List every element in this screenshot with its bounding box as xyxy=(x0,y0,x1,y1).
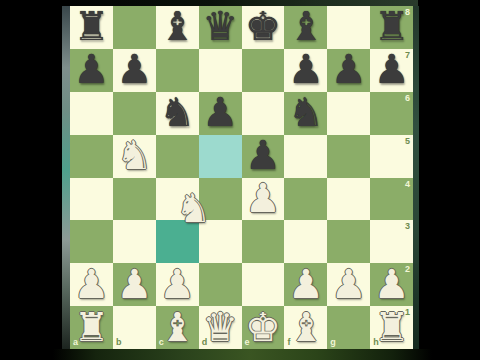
square-d8[interactable]: ♛ xyxy=(199,6,242,49)
square-f5[interactable] xyxy=(284,135,327,178)
square-c8[interactable]: ♝ xyxy=(156,6,199,49)
video-frame: ♜♝♛♚♝♜8♟♟♟♟♟7♞♟♞6♞♟5♟43♟♟♟♟♟♟2♜ab♝c♛d♚e♝… xyxy=(0,0,480,360)
square-h2[interactable]: ♟2 xyxy=(370,263,413,306)
black-pawn-f7[interactable]: ♟ xyxy=(284,48,327,91)
square-f2[interactable]: ♟ xyxy=(284,263,327,306)
square-g6[interactable] xyxy=(327,92,370,135)
square-h3[interactable]: 3 xyxy=(370,220,413,263)
square-b6[interactable] xyxy=(113,92,156,135)
file-label-a: a xyxy=(73,338,78,347)
black-bishop-c8[interactable]: ♝ xyxy=(156,5,199,48)
square-g3[interactable] xyxy=(327,220,370,263)
square-a7[interactable]: ♟ xyxy=(70,49,113,92)
square-e1[interactable]: ♚e xyxy=(242,306,285,349)
square-a1[interactable]: ♜a xyxy=(70,306,113,349)
square-h8[interactable]: ♜8 xyxy=(370,6,413,49)
square-a3[interactable] xyxy=(70,220,113,263)
black-pawn-a7[interactable]: ♟ xyxy=(70,48,113,91)
square-d2[interactable] xyxy=(199,263,242,306)
square-e7[interactable] xyxy=(242,49,285,92)
moving-white-knight[interactable]: ♞ xyxy=(172,188,215,231)
black-king-e8[interactable]: ♚ xyxy=(242,5,285,48)
square-g4[interactable] xyxy=(327,178,370,221)
square-e2[interactable] xyxy=(242,263,285,306)
rank-label-5: 5 xyxy=(405,137,410,146)
black-pawn-d6[interactable]: ♟ xyxy=(199,91,242,134)
file-label-b: b xyxy=(116,338,122,347)
square-b5[interactable]: ♞ xyxy=(113,135,156,178)
file-label-g: g xyxy=(330,338,336,347)
square-c2[interactable]: ♟ xyxy=(156,263,199,306)
square-f4[interactable] xyxy=(284,178,327,221)
square-h5[interactable]: 5 xyxy=(370,135,413,178)
square-g7[interactable]: ♟ xyxy=(327,49,370,92)
square-e5[interactable]: ♟ xyxy=(242,135,285,178)
square-e4[interactable]: ♟ xyxy=(242,178,285,221)
square-b8[interactable] xyxy=(113,6,156,49)
square-g8[interactable] xyxy=(327,6,370,49)
square-b3[interactable] xyxy=(113,220,156,263)
square-e6[interactable] xyxy=(242,92,285,135)
chess-board[interactable]: ♜♝♛♚♝♜8♟♟♟♟♟7♞♟♞6♞♟5♟43♟♟♟♟♟♟2♜ab♝c♛d♚e♝… xyxy=(70,6,413,349)
square-b2[interactable]: ♟ xyxy=(113,263,156,306)
rank-label-2: 2 xyxy=(405,265,410,274)
square-c7[interactable] xyxy=(156,49,199,92)
black-pawn-e5[interactable]: ♟ xyxy=(242,134,285,177)
square-a8[interactable]: ♜ xyxy=(70,6,113,49)
video-background-bottom-strip xyxy=(0,349,480,360)
video-background-right-strip xyxy=(413,6,419,349)
square-a6[interactable] xyxy=(70,92,113,135)
video-background-left-strip xyxy=(62,6,70,349)
rank-label-8: 8 xyxy=(405,8,410,17)
square-b4[interactable] xyxy=(113,178,156,221)
square-d5[interactable] xyxy=(199,135,242,178)
file-label-e: e xyxy=(245,338,250,347)
square-f7[interactable]: ♟ xyxy=(284,49,327,92)
black-pawn-b7[interactable]: ♟ xyxy=(113,48,156,91)
file-label-h: h xyxy=(373,338,379,347)
rank-label-1: 1 xyxy=(405,308,410,317)
square-h6[interactable]: 6 xyxy=(370,92,413,135)
square-d7[interactable] xyxy=(199,49,242,92)
file-label-c: c xyxy=(159,338,164,347)
square-f6[interactable]: ♞ xyxy=(284,92,327,135)
square-g1[interactable]: g xyxy=(327,306,370,349)
square-c6[interactable]: ♞ xyxy=(156,92,199,135)
square-e3[interactable] xyxy=(242,220,285,263)
square-a4[interactable] xyxy=(70,178,113,221)
black-bishop-f8[interactable]: ♝ xyxy=(284,5,327,48)
white-pawn-e4[interactable]: ♟ xyxy=(242,177,285,220)
square-f3[interactable] xyxy=(284,220,327,263)
square-e8[interactable]: ♚ xyxy=(242,6,285,49)
rank-label-4: 4 xyxy=(405,180,410,189)
white-bishop-f1[interactable]: ♝ xyxy=(284,305,327,348)
square-b1[interactable]: b xyxy=(113,306,156,349)
rank-label-6: 6 xyxy=(405,94,410,103)
square-f8[interactable]: ♝ xyxy=(284,6,327,49)
square-c1[interactable]: ♝c xyxy=(156,306,199,349)
square-c5[interactable] xyxy=(156,135,199,178)
file-label-d: d xyxy=(202,338,208,347)
file-label-f: f xyxy=(287,338,290,347)
square-f1[interactable]: ♝f xyxy=(284,306,327,349)
square-d6[interactable]: ♟ xyxy=(199,92,242,135)
square-b7[interactable]: ♟ xyxy=(113,49,156,92)
white-pawn-a2[interactable]: ♟ xyxy=(70,262,113,305)
rank-label-7: 7 xyxy=(405,51,410,60)
white-pawn-f2[interactable]: ♟ xyxy=(284,262,327,305)
square-a2[interactable]: ♟ xyxy=(70,263,113,306)
square-g2[interactable]: ♟ xyxy=(327,263,370,306)
black-rook-a8[interactable]: ♜ xyxy=(70,5,113,48)
square-h4[interactable]: 4 xyxy=(370,178,413,221)
white-pawn-g2[interactable]: ♟ xyxy=(327,262,370,305)
white-knight-b5[interactable]: ♞ xyxy=(113,134,156,177)
white-knight-glyph: ♞ xyxy=(172,187,215,230)
square-h1[interactable]: ♜1h xyxy=(370,306,413,349)
white-pawn-b2[interactable]: ♟ xyxy=(113,262,156,305)
black-knight-f6[interactable]: ♞ xyxy=(284,91,327,134)
black-pawn-g7[interactable]: ♟ xyxy=(327,48,370,91)
black-queen-d8[interactable]: ♛ xyxy=(199,5,242,48)
white-pawn-c2[interactable]: ♟ xyxy=(156,262,199,305)
black-knight-c6[interactable]: ♞ xyxy=(156,91,199,134)
square-a5[interactable] xyxy=(70,135,113,178)
square-h7[interactable]: ♟7 xyxy=(370,49,413,92)
square-d1[interactable]: ♛d xyxy=(199,306,242,349)
square-g5[interactable] xyxy=(327,135,370,178)
rank-label-3: 3 xyxy=(405,222,410,231)
